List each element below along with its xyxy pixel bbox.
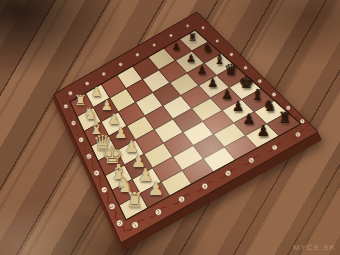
piece-black-pawn[interactable]: ♟	[242, 112, 255, 126]
piece-black-queen[interactable]: ♛	[224, 64, 238, 80]
piece-black-pawn[interactable]: ♟	[257, 123, 270, 138]
piece-white-pawn[interactable]: ♟	[148, 180, 165, 199]
piece-white-pawn[interactable]: ♟	[101, 99, 113, 113]
piece-black-pawn[interactable]: ♟	[186, 53, 196, 64]
photo-scene: abcdefgh1234567812345678abcdefgh ♜♟♞♟♝♟♛…	[0, 0, 340, 255]
piece-black-pawn[interactable]: ♟	[197, 65, 207, 76]
piece-black-knight[interactable]: ♞	[263, 99, 277, 115]
piece-black-rook[interactable]: ♜	[278, 111, 292, 126]
watermark: MYCE.SK	[293, 243, 336, 252]
piece-black-pawn[interactable]: ♟	[207, 77, 218, 89]
piece-black-knight[interactable]: ♞	[203, 43, 213, 55]
chess-board: abcdefgh1234567812345678abcdefgh	[0, 0, 340, 255]
piece-black-rook[interactable]: ♜	[188, 32, 197, 42]
piece-black-pawn[interactable]: ♟	[172, 42, 181, 52]
piece-white-rook[interactable]: ♜	[125, 190, 143, 211]
